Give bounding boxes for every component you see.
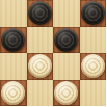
checker-piece-light[interactable]: ⛀: [81, 54, 105, 78]
checker-piece-dark[interactable]: ⛂: [1, 28, 25, 52]
board-square[interactable]: [0, 53, 27, 80]
board-square[interactable]: [27, 80, 54, 107]
checker-piece-dark[interactable]: ⛂: [81, 1, 105, 25]
board-square[interactable]: ⛂: [0, 27, 27, 54]
checker-piece-dark[interactable]: ⛂: [54, 28, 78, 52]
board-square[interactable]: ⛂: [27, 0, 54, 27]
board-square[interactable]: ⛀: [53, 80, 80, 107]
board-square[interactable]: ⛂: [53, 27, 80, 54]
checker-piece-light[interactable]: ⛀: [1, 81, 25, 105]
board-square[interactable]: ⛀: [80, 53, 107, 80]
board-square[interactable]: [27, 27, 54, 54]
board-square[interactable]: ⛀: [0, 80, 27, 107]
board-square[interactable]: ⛀: [27, 53, 54, 80]
checker-piece-light[interactable]: ⛀: [54, 81, 78, 105]
board-square[interactable]: [53, 53, 80, 80]
checkers-board: ⛂⛂⛂⛂⛀⛀⛀⛀: [0, 0, 106, 106]
checker-piece-light[interactable]: ⛀: [28, 54, 52, 78]
board-square[interactable]: ⛂: [80, 0, 107, 27]
board-square[interactable]: [0, 0, 27, 27]
board-square[interactable]: [80, 80, 107, 107]
board-square[interactable]: [53, 0, 80, 27]
checker-piece-dark[interactable]: ⛂: [28, 1, 52, 25]
board-square[interactable]: [80, 27, 107, 54]
